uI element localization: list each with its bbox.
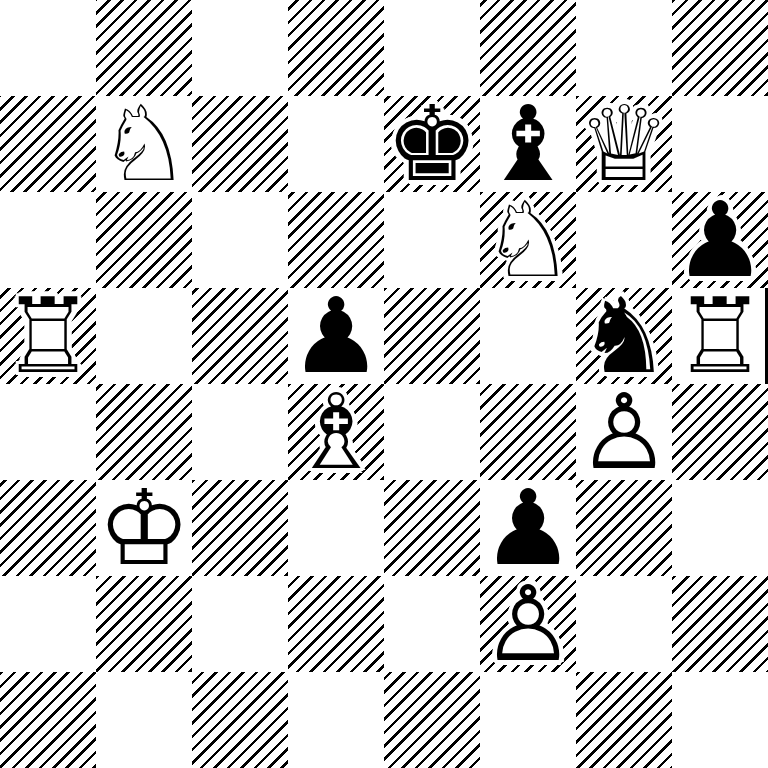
- white-rook-halo: ♜: [0, 288, 96, 384]
- square-b1[interactable]: [96, 672, 192, 768]
- black-pawn-halo: ♟: [672, 192, 768, 288]
- square-a7[interactable]: [0, 96, 96, 192]
- black-bishop-halo: ♝: [480, 96, 576, 192]
- white-knight-halo: ♞: [96, 96, 192, 192]
- square-g1[interactable]: [576, 672, 672, 768]
- square-h8[interactable]: [672, 0, 768, 96]
- square-d4[interactable]: ♝♗: [288, 384, 384, 480]
- square-c1[interactable]: [192, 672, 288, 768]
- white-king-halo: ♚: [96, 480, 192, 576]
- square-g3[interactable]: [576, 480, 672, 576]
- square-c8[interactable]: [192, 0, 288, 96]
- square-a6[interactable]: [0, 192, 96, 288]
- square-e5[interactable]: [384, 288, 480, 384]
- square-f6[interactable]: ♞♘: [480, 192, 576, 288]
- square-h5[interactable]: ♜♖: [672, 288, 768, 384]
- square-a5[interactable]: ♜♖: [0, 288, 96, 384]
- square-e2[interactable]: [384, 576, 480, 672]
- square-g6[interactable]: [576, 192, 672, 288]
- square-f3[interactable]: ♟♟: [480, 480, 576, 576]
- square-c6[interactable]: [192, 192, 288, 288]
- square-f5[interactable]: [480, 288, 576, 384]
- white-knight-icon: ♘: [96, 96, 192, 192]
- square-f4[interactable]: [480, 384, 576, 480]
- square-e6[interactable]: [384, 192, 480, 288]
- square-a2[interactable]: [0, 576, 96, 672]
- square-h6[interactable]: ♟♟: [672, 192, 768, 288]
- square-e8[interactable]: [384, 0, 480, 96]
- square-d2[interactable]: [288, 576, 384, 672]
- white-rook-halo: ♜: [672, 288, 768, 384]
- black-knight-halo: ♞: [576, 288, 672, 384]
- square-e1[interactable]: [384, 672, 480, 768]
- black-knight-icon: ♞: [576, 288, 672, 384]
- square-d1[interactable]: [288, 672, 384, 768]
- square-d8[interactable]: [288, 0, 384, 96]
- square-b3[interactable]: ♚♔: [96, 480, 192, 576]
- square-f8[interactable]: [480, 0, 576, 96]
- black-pawn-halo: ♟: [288, 288, 384, 384]
- white-pawn-icon: ♙: [480, 576, 576, 672]
- square-b6[interactable]: [96, 192, 192, 288]
- square-h2[interactable]: [672, 576, 768, 672]
- square-f1[interactable]: [480, 672, 576, 768]
- square-b4[interactable]: [96, 384, 192, 480]
- square-b7[interactable]: ♞♘: [96, 96, 192, 192]
- square-g8[interactable]: [576, 0, 672, 96]
- square-d7[interactable]: [288, 96, 384, 192]
- square-f7[interactable]: ♝♝: [480, 96, 576, 192]
- square-e7[interactable]: ♚♚: [384, 96, 480, 192]
- square-g5[interactable]: ♞♞: [576, 288, 672, 384]
- white-pawn-halo: ♟: [576, 384, 672, 480]
- square-a1[interactable]: [0, 672, 96, 768]
- square-c4[interactable]: [192, 384, 288, 480]
- square-h7[interactable]: [672, 96, 768, 192]
- chess-board-diagram: ♞♘♚♚♝♝♛♕♞♘♟♟♜♖♟♟♞♞♜♖♝♗♟♙♚♔♟♟♟♙: [0, 0, 768, 768]
- white-rook-icon: ♖: [672, 288, 768, 384]
- square-g2[interactable]: [576, 576, 672, 672]
- square-e3[interactable]: [384, 480, 480, 576]
- black-bishop-icon: ♝: [480, 96, 576, 192]
- white-queen-halo: ♛: [576, 96, 672, 192]
- square-a4[interactable]: [0, 384, 96, 480]
- white-pawn-icon: ♙: [576, 384, 672, 480]
- black-pawn-icon: ♟: [480, 480, 576, 576]
- square-h3[interactable]: [672, 480, 768, 576]
- square-f2[interactable]: ♟♙: [480, 576, 576, 672]
- white-pawn-halo: ♟: [480, 576, 576, 672]
- square-d5[interactable]: ♟♟: [288, 288, 384, 384]
- white-rook-icon: ♖: [0, 288, 96, 384]
- square-h4[interactable]: [672, 384, 768, 480]
- square-g7[interactable]: ♛♕: [576, 96, 672, 192]
- square-b8[interactable]: [96, 0, 192, 96]
- square-e4[interactable]: [384, 384, 480, 480]
- square-h1[interactable]: [672, 672, 768, 768]
- chess-board: ♞♘♚♚♝♝♛♕♞♘♟♟♜♖♟♟♞♞♜♖♝♗♟♙♚♔♟♟♟♙: [0, 0, 768, 768]
- white-queen-icon: ♕: [576, 96, 672, 192]
- square-c7[interactable]: [192, 96, 288, 192]
- black-pawn-icon: ♟: [288, 288, 384, 384]
- square-d3[interactable]: [288, 480, 384, 576]
- square-a3[interactable]: [0, 480, 96, 576]
- square-c3[interactable]: [192, 480, 288, 576]
- black-pawn-icon: ♟: [672, 192, 768, 288]
- black-king-halo: ♚: [384, 96, 480, 192]
- white-bishop-halo: ♝: [288, 384, 384, 480]
- white-knight-icon: ♘: [480, 192, 576, 288]
- square-c5[interactable]: [192, 288, 288, 384]
- square-b2[interactable]: [96, 576, 192, 672]
- square-c2[interactable]: [192, 576, 288, 672]
- square-b5[interactable]: [96, 288, 192, 384]
- white-knight-halo: ♞: [480, 192, 576, 288]
- black-pawn-halo: ♟: [480, 480, 576, 576]
- square-a8[interactable]: [0, 0, 96, 96]
- black-king-icon: ♚: [384, 96, 480, 192]
- square-d6[interactable]: [288, 192, 384, 288]
- white-king-icon: ♔: [96, 480, 192, 576]
- square-g4[interactable]: ♟♙: [576, 384, 672, 480]
- white-bishop-icon: ♗: [288, 384, 384, 480]
